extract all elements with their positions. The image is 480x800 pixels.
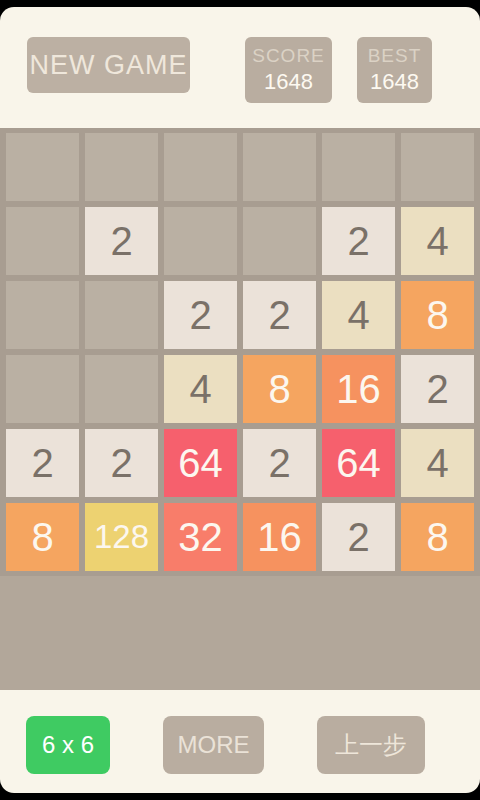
empty-cell-r1c5 [322,133,395,201]
empty-cell-r1c4 [243,133,316,201]
best-value: 1648 [370,68,419,96]
tile-2-r4c6: 2 [401,355,474,423]
best-box: BEST 1648 [357,37,432,103]
tile-2-r3c3: 2 [164,281,237,349]
tile-2-r5c1: 2 [6,429,79,497]
score-value: 1648 [264,68,313,96]
tile-2-r5c4: 2 [243,429,316,497]
best-label: BEST [368,44,422,68]
new-game-button[interactable]: NEW GAME [27,37,190,93]
tile-4-r3c5: 4 [322,281,395,349]
empty-cell-r2c4 [243,207,316,275]
tile-2-r6c5: 2 [322,503,395,571]
tile-4-r4c3: 4 [164,355,237,423]
tile-2-r5c2: 2 [85,429,158,497]
grid-size-button[interactable]: 6 x 6 [26,716,110,774]
empty-cell-r1c3 [164,133,237,201]
tile-64-r5c5: 64 [322,429,395,497]
undo-button[interactable]: 上一步 [317,716,425,774]
tile-2-r2c5: 2 [322,207,395,275]
tile-16-r4c5: 16 [322,355,395,423]
empty-cell-r1c2 [85,133,158,201]
empty-cell-r2c3 [164,207,237,275]
empty-cell-r2c1 [6,207,79,275]
empty-cell-r4c1 [6,355,79,423]
game-board[interactable]: 224224848162226426448128321628 [0,128,480,690]
board-grid: 224224848162226426448128321628 [0,128,480,576]
more-button[interactable]: MORE [163,716,264,774]
tile-16-r6c4: 16 [243,503,316,571]
tile-4-r2c6: 4 [401,207,474,275]
tile-64-r5c3: 64 [164,429,237,497]
tile-8-r3c6: 8 [401,281,474,349]
tile-2-r3c4: 2 [243,281,316,349]
app-window: NEW GAME SCORE 1648 BEST 1648 2242248481… [0,7,480,793]
score-label: SCORE [252,44,325,68]
tile-128-r6c2: 128 [85,503,158,571]
empty-cell-r3c2 [85,281,158,349]
tile-32-r6c3: 32 [164,503,237,571]
tile-8-r6c6: 8 [401,503,474,571]
empty-cell-r4c2 [85,355,158,423]
tile-2-r2c2: 2 [85,207,158,275]
empty-cell-r1c6 [401,133,474,201]
tile-8-r6c1: 8 [6,503,79,571]
tile-8-r4c4: 8 [243,355,316,423]
empty-cell-r3c1 [6,281,79,349]
empty-cell-r1c1 [6,133,79,201]
score-box: SCORE 1648 [245,37,332,103]
tile-4-r5c6: 4 [401,429,474,497]
